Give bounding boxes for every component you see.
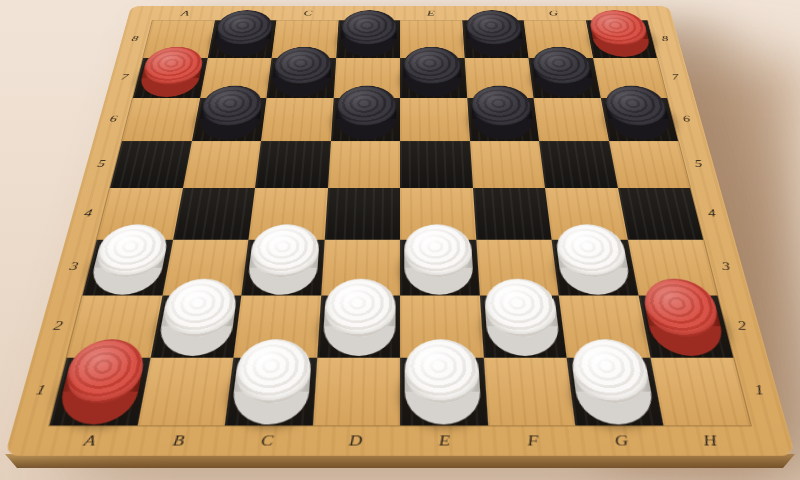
piece-black-d6[interactable] [335,86,397,140]
square-g6[interactable] [533,98,608,141]
square-h5[interactable] [609,141,690,188]
piece-white-e1[interactable] [405,339,483,424]
square-c6[interactable] [261,98,333,141]
rank-label-2: 2 [736,319,748,332]
rank-label-8: 8 [131,35,140,43]
rank-label-4: 4 [83,208,94,219]
piece-black-f8[interactable] [465,10,525,57]
piece-white-c3[interactable] [246,224,321,294]
square-b1[interactable] [137,357,233,425]
file-label-b: B [172,433,186,448]
square-c5[interactable] [255,141,330,188]
square-f5[interactable] [470,141,545,188]
square-a6[interactable] [122,98,200,141]
rank-label-8: 8 [661,35,670,43]
square-c3[interactable] [241,239,324,295]
square-b4[interactable] [173,188,255,239]
square-e3[interactable] [400,239,479,295]
square-e7[interactable] [400,58,467,98]
piece-white-b2[interactable] [155,279,239,356]
piece-black-f6[interactable] [470,86,535,140]
file-label-d: D [349,433,363,448]
piece-black-b8[interactable] [211,10,274,57]
square-e1[interactable] [400,357,488,425]
square-g3[interactable] [552,239,639,295]
file-label-h: H [702,433,719,448]
square-f4[interactable] [473,188,552,239]
file-label-c: C [303,9,312,16]
file-label-g: G [614,433,630,448]
square-e6[interactable] [400,98,470,141]
square-a1[interactable] [50,357,151,425]
piece-top-face [335,86,396,127]
square-a7[interactable] [133,58,207,98]
piece-white-c1[interactable] [230,339,313,424]
file-label-g: G [548,9,558,16]
rank-label-7: 7 [671,73,680,81]
square-d8[interactable] [336,20,400,57]
square-h2[interactable] [638,296,733,358]
square-h6[interactable] [600,98,678,141]
square-g5[interactable] [539,141,617,188]
board-front-edge [5,454,795,468]
square-d2[interactable] [317,296,400,358]
square-b5[interactable] [183,141,261,188]
rank-label-1: 1 [753,383,766,397]
rank-label-5: 5 [694,159,704,169]
square-c7[interactable] [267,58,336,98]
square-f2[interactable] [479,296,566,358]
piece-white-g3[interactable] [554,224,633,294]
piece-white-f2[interactable] [483,279,562,356]
square-e5[interactable] [400,141,473,188]
square-f8[interactable] [462,20,529,57]
rank-label-1: 1 [34,383,47,397]
rank-label-3: 3 [68,261,79,273]
square-h4[interactable] [618,188,704,239]
rank-label-6: 6 [109,114,118,123]
square-b2[interactable] [150,296,241,358]
piece-black-d8[interactable] [340,10,397,57]
playing-area [50,20,751,425]
square-h1[interactable] [650,357,751,425]
square-d4[interactable] [324,188,400,239]
file-label-a: A [83,433,98,448]
piece-white-e3[interactable] [404,224,474,294]
file-label-c: C [260,433,274,448]
piece-black-c7[interactable] [271,47,333,97]
square-b8[interactable] [207,20,276,57]
square-g7[interactable] [528,58,600,98]
rank-label-7: 7 [120,73,129,81]
piece-black-e7[interactable] [404,47,463,97]
square-c1[interactable] [225,357,317,425]
piece-top-face [323,279,396,337]
piece-white-d2[interactable] [322,279,396,356]
file-label-e: E [427,9,435,16]
piece-red-a7[interactable] [137,47,206,97]
square-a3[interactable] [83,239,173,295]
square-d1[interactable] [312,357,400,425]
rank-label-6: 6 [682,114,691,123]
checkers-board: ABCDEFGH ABCDEFGH 87654321 87654321 [5,6,796,456]
rank-label-5: 5 [96,159,106,169]
square-f6[interactable] [467,98,539,141]
scene: ABCDEFGH ABCDEFGH 87654321 87654321 [0,0,800,480]
file-label-f: F [527,433,540,448]
square-b6[interactable] [191,98,266,141]
rank-label-3: 3 [721,261,732,273]
square-d6[interactable] [330,98,400,141]
piece-red-h8[interactable] [587,10,653,57]
square-a5[interactable] [110,141,191,188]
file-label-e: E [438,433,450,448]
square-g1[interactable] [567,357,663,425]
piece-black-g7[interactable] [531,47,596,97]
square-f1[interactable] [483,357,575,425]
rank-label-4: 4 [706,208,717,219]
rank-label-2: 2 [52,319,64,332]
square-h8[interactable] [585,20,656,57]
piece-black-b6[interactable] [196,86,264,140]
file-label-a: A [181,9,190,16]
square-d5[interactable] [328,141,401,188]
piece-top-face [340,10,396,45]
file-labels-bottom: ABCDEFGH [42,425,758,455]
